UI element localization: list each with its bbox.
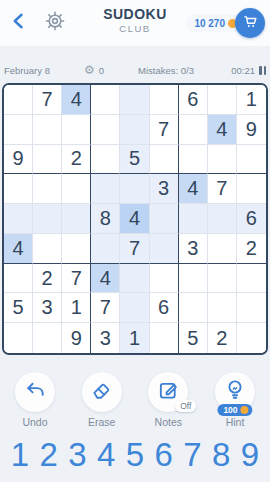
cell-r5c7[interactable] (179, 204, 208, 234)
cell-r2c4[interactable] (91, 115, 120, 145)
timer-value: 00:21 (231, 65, 255, 76)
cell-r6c7[interactable]: 3 (179, 234, 208, 264)
cell-r4c4[interactable] (91, 174, 120, 204)
daily-score: ⚙ 0 (84, 64, 104, 76)
notes-off-badge: Off (175, 400, 196, 412)
cell-r4c3[interactable] (62, 174, 91, 204)
cell-r3c5[interactable]: 5 (120, 145, 149, 175)
cell-r6c6[interactable] (150, 234, 179, 264)
cell-r7c1[interactable] (4, 264, 33, 294)
cell-r1c8[interactable] (208, 85, 237, 115)
cell-r2c2[interactable] (33, 115, 62, 145)
numpad-digit-6[interactable]: 6 (151, 435, 177, 475)
cell-r3c2[interactable] (33, 145, 62, 175)
cell-r3c7[interactable] (179, 145, 208, 175)
cell-r5c8[interactable] (208, 204, 237, 234)
numpad-digit-3[interactable]: 3 (65, 435, 91, 475)
erase-button[interactable]: Erase (79, 372, 125, 428)
cell-r1c4[interactable] (91, 85, 120, 115)
cell-r3c4[interactable] (91, 145, 120, 175)
cell-r1c7[interactable]: 6 (179, 85, 208, 115)
toolbar: Undo Erase (0, 372, 270, 428)
cell-r6c1[interactable]: 4 (4, 234, 33, 264)
cell-r9c6[interactable] (150, 323, 179, 353)
erase-label: Erase (88, 416, 115, 428)
undo-button[interactable]: Undo (12, 372, 58, 428)
cell-r2c5[interactable] (120, 115, 149, 145)
cell-r5c6[interactable] (150, 204, 179, 234)
cell-r3c8[interactable] (208, 145, 237, 175)
cell-r4c1[interactable] (4, 174, 33, 204)
cell-r9c1[interactable] (4, 323, 33, 353)
cell-r2c3[interactable] (62, 115, 91, 145)
cell-r8c5[interactable] (120, 293, 149, 323)
cell-r6c8[interactable] (208, 234, 237, 264)
back-button[interactable] (5, 9, 33, 37)
settings-button[interactable] (41, 9, 69, 37)
numpad: 123456789 (0, 435, 270, 475)
cell-r8c4[interactable]: 7 (91, 293, 120, 323)
cart-icon (242, 13, 259, 34)
cell-r8c7[interactable] (179, 293, 208, 323)
cell-r6c3[interactable] (62, 234, 91, 264)
gear-icon (44, 10, 66, 36)
back-chevron-icon (9, 11, 29, 35)
cell-r4c7[interactable]: 4 (179, 174, 208, 204)
cell-r1c1[interactable] (4, 85, 33, 115)
cell-r7c3[interactable]: 7 (62, 264, 91, 294)
score-value: 0 (99, 65, 104, 76)
notes-button[interactable]: Off Notes (145, 372, 191, 428)
cell-r4c2[interactable] (33, 174, 62, 204)
cell-r5c5[interactable]: 4 (120, 204, 149, 234)
cell-r5c3[interactable] (62, 204, 91, 234)
app-root: SUDOKU CLUB 10 270 February 8 (0, 0, 270, 482)
pause-icon[interactable] (259, 66, 266, 75)
eraser-icon (90, 379, 113, 406)
numpad-digit-8[interactable]: 8 (208, 435, 234, 475)
cell-r9c7[interactable]: 5 (179, 323, 208, 353)
cell-r1c2[interactable]: 7 (33, 85, 62, 115)
notes-label: Notes (155, 416, 182, 428)
numpad-digit-5[interactable]: 5 (122, 435, 148, 475)
cell-r8c6[interactable]: 6 (150, 293, 179, 323)
hint-label: Hint (226, 416, 245, 428)
sudoku-board: 746174992534784647322745317693152 (2, 83, 268, 355)
cell-r7c4[interactable]: 4 (91, 264, 120, 294)
numpad-digit-4[interactable]: 4 (93, 435, 119, 475)
mistakes-counter: Mistakes: 0/3 (138, 65, 194, 76)
numpad-digit-7[interactable]: 7 (180, 435, 206, 475)
numpad-digit-2[interactable]: 2 (36, 435, 62, 475)
cell-r5c2[interactable] (33, 204, 62, 234)
cell-r3c3[interactable]: 2 (62, 145, 91, 175)
status-bar: February 8 ⚙ 0 Mistakes: 0/3 00:21 (0, 59, 270, 81)
cell-r7c9[interactable] (237, 264, 266, 294)
cell-r5c9[interactable]: 6 (237, 204, 266, 234)
shop-button[interactable] (235, 8, 265, 38)
undo-icon (24, 379, 47, 406)
cell-r6c2[interactable] (33, 234, 62, 264)
cell-r9c2[interactable] (33, 323, 62, 353)
status-date: February 8 (4, 65, 66, 76)
top-bar: SUDOKU CLUB 10 270 (0, 0, 270, 46)
cell-r7c5[interactable] (120, 264, 149, 294)
timer: 00:21 (231, 65, 266, 76)
cell-r2c9[interactable]: 9 (237, 115, 266, 145)
cell-r1c5[interactable] (120, 85, 149, 115)
cell-r4c6[interactable]: 3 (150, 174, 179, 204)
cell-r1c6[interactable] (150, 85, 179, 115)
coin-amount: 10 270 (194, 18, 225, 29)
cell-r9c5[interactable]: 1 (120, 323, 149, 353)
cell-r8c1[interactable]: 5 (4, 293, 33, 323)
score-gear-icon: ⚙ (84, 64, 95, 76)
cell-r7c6[interactable] (150, 264, 179, 294)
cell-r8c2[interactable]: 3 (33, 293, 62, 323)
cell-r9c9[interactable] (237, 323, 266, 353)
numpad-digit-9[interactable]: 9 (237, 435, 263, 475)
cell-r3c6[interactable] (150, 145, 179, 175)
cell-r9c8[interactable]: 2 (208, 323, 237, 353)
hint-button[interactable]: 100 Hint (212, 372, 258, 428)
cell-r6c4[interactable] (91, 234, 120, 264)
hint-cost-badge: 100 (217, 404, 252, 417)
numpad-digit-1[interactable]: 1 (7, 435, 33, 475)
cell-r7c8[interactable] (208, 264, 237, 294)
cell-r2c7[interactable] (179, 115, 208, 145)
cell-r2c1[interactable] (4, 115, 33, 145)
cell-r4c5[interactable] (120, 174, 149, 204)
cell-r1c9[interactable]: 1 (237, 85, 266, 115)
cell-r4c8[interactable]: 7 (208, 174, 237, 204)
cell-r8c3[interactable]: 1 (62, 293, 91, 323)
cell-r2c6[interactable]: 7 (150, 115, 179, 145)
cell-r3c9[interactable] (237, 145, 266, 175)
cell-r6c9[interactable]: 2 (237, 234, 266, 264)
cell-r3c1[interactable]: 9 (4, 145, 33, 175)
cell-r1c3[interactable]: 4 (62, 85, 91, 115)
cell-r9c3[interactable]: 9 (62, 323, 91, 353)
cell-r7c7[interactable] (179, 264, 208, 294)
hint-cost-value: 100 (223, 406, 237, 415)
cell-r5c4[interactable]: 8 (91, 204, 120, 234)
cell-r8c8[interactable] (208, 293, 237, 323)
cell-r4c9[interactable] (237, 174, 266, 204)
cell-r2c8[interactable]: 4 (208, 115, 237, 145)
cell-r8c9[interactable] (237, 293, 266, 323)
undo-label: Undo (22, 416, 47, 428)
hint-coin-icon (241, 406, 249, 414)
cell-r5c1[interactable] (4, 204, 33, 234)
cell-r9c4[interactable]: 3 (91, 323, 120, 353)
hint-bulb-icon (223, 378, 247, 406)
cell-r6c5[interactable]: 7 (120, 234, 149, 264)
cell-r7c2[interactable]: 2 (33, 264, 62, 294)
